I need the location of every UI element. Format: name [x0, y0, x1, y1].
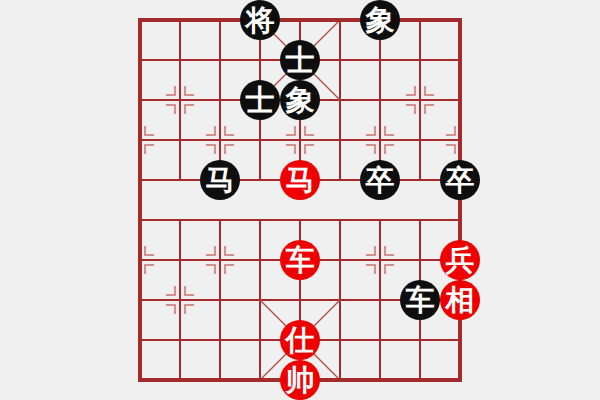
piece-black-soldier[interactable]: 卒 [360, 160, 400, 200]
piece-red-horse[interactable]: 马 [280, 160, 320, 200]
piece-black-advisor[interactable]: 士 [240, 80, 280, 120]
piece-black-soldier[interactable]: 卒 [440, 160, 480, 200]
piece-grid: 将象士士象马马卒卒车兵车相仕帅 [120, 0, 480, 400]
piece-black-horse[interactable]: 马 [200, 160, 240, 200]
piece-black-elephant[interactable]: 象 [360, 0, 400, 40]
piece-red-chariot[interactable]: 车 [280, 240, 320, 280]
xiangqi-board: 将象士士象马马卒卒车兵车相仕帅 [0, 0, 600, 400]
piece-black-elephant[interactable]: 象 [280, 80, 320, 120]
piece-black-advisor[interactable]: 士 [280, 40, 320, 80]
piece-red-soldier[interactable]: 兵 [440, 240, 480, 280]
piece-black-chariot[interactable]: 车 [400, 280, 440, 320]
piece-red-elephant[interactable]: 相 [440, 280, 480, 320]
piece-red-general[interactable]: 帅 [280, 360, 320, 400]
piece-red-advisor[interactable]: 仕 [280, 320, 320, 360]
piece-black-general[interactable]: 将 [240, 0, 280, 40]
